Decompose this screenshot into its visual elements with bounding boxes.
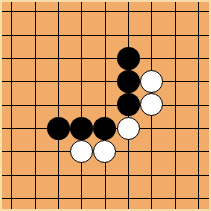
- white-stone: [93, 140, 116, 163]
- black-stone: [70, 117, 93, 140]
- black-stone: [117, 70, 140, 93]
- go-board-diagram: [0, 0, 211, 211]
- white-stone: [140, 93, 163, 116]
- black-stone: [93, 117, 116, 140]
- stones-grid: [0, 0, 210, 210]
- white-stone: [117, 117, 140, 140]
- black-stone: [117, 47, 140, 70]
- white-stone: [140, 70, 163, 93]
- black-stone: [117, 93, 140, 116]
- go-board: [2, 2, 209, 209]
- black-stone: [47, 117, 70, 140]
- white-stone: [70, 140, 93, 163]
